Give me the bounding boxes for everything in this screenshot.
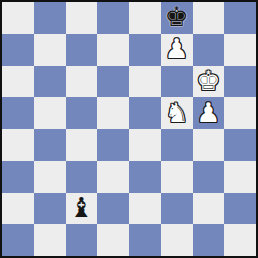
chess-board-frame: ♚♟♚♞♟♝	[0, 0, 258, 258]
black-king-icon: ♚	[165, 3, 189, 30]
square-e2[interactable]	[129, 193, 161, 225]
square-c3[interactable]	[66, 161, 98, 193]
square-h1[interactable]	[224, 224, 256, 256]
white-knight-icon: ♞	[165, 99, 189, 126]
square-c7[interactable]	[66, 34, 98, 66]
square-a4[interactable]	[2, 129, 34, 161]
square-c1[interactable]	[66, 224, 98, 256]
square-e8[interactable]	[129, 2, 161, 34]
square-d6[interactable]	[97, 66, 129, 98]
square-a7[interactable]	[2, 34, 34, 66]
square-c4[interactable]	[66, 129, 98, 161]
square-g2[interactable]	[193, 193, 225, 225]
square-h7[interactable]	[224, 34, 256, 66]
square-g5[interactable]: ♟	[193, 97, 225, 129]
square-f1[interactable]	[161, 224, 193, 256]
square-e3[interactable]	[129, 161, 161, 193]
square-a1[interactable]	[2, 224, 34, 256]
square-b5[interactable]	[34, 97, 66, 129]
square-b2[interactable]	[34, 193, 66, 225]
square-f3[interactable]	[161, 161, 193, 193]
square-d7[interactable]	[97, 34, 129, 66]
chess-board: ♚♟♚♞♟♝	[2, 2, 256, 256]
square-g6[interactable]: ♚	[193, 66, 225, 98]
square-f6[interactable]	[161, 66, 193, 98]
square-b1[interactable]	[34, 224, 66, 256]
square-h4[interactable]	[224, 129, 256, 161]
square-a5[interactable]	[2, 97, 34, 129]
square-a3[interactable]	[2, 161, 34, 193]
white-pawn-icon: ♟	[196, 99, 220, 126]
square-h6[interactable]	[224, 66, 256, 98]
white-king-icon: ♚	[196, 67, 220, 94]
square-h5[interactable]	[224, 97, 256, 129]
square-d1[interactable]	[97, 224, 129, 256]
square-d2[interactable]	[97, 193, 129, 225]
square-f4[interactable]	[161, 129, 193, 161]
square-h8[interactable]	[224, 2, 256, 34]
square-e4[interactable]	[129, 129, 161, 161]
square-c8[interactable]	[66, 2, 98, 34]
square-g4[interactable]	[193, 129, 225, 161]
square-h2[interactable]	[224, 193, 256, 225]
square-e6[interactable]	[129, 66, 161, 98]
square-f7[interactable]: ♟	[161, 34, 193, 66]
square-e1[interactable]	[129, 224, 161, 256]
square-c5[interactable]	[66, 97, 98, 129]
square-d5[interactable]	[97, 97, 129, 129]
square-g8[interactable]	[193, 2, 225, 34]
square-d8[interactable]	[97, 2, 129, 34]
square-d4[interactable]	[97, 129, 129, 161]
square-g7[interactable]	[193, 34, 225, 66]
square-e7[interactable]	[129, 34, 161, 66]
square-b6[interactable]	[34, 66, 66, 98]
square-f2[interactable]	[161, 193, 193, 225]
black-bishop-icon: ♝	[69, 194, 93, 221]
square-h3[interactable]	[224, 161, 256, 193]
square-d3[interactable]	[97, 161, 129, 193]
square-g3[interactable]	[193, 161, 225, 193]
square-b7[interactable]	[34, 34, 66, 66]
square-a8[interactable]	[2, 2, 34, 34]
white-pawn-icon: ♟	[165, 35, 189, 62]
square-b8[interactable]	[34, 2, 66, 34]
square-c2[interactable]: ♝	[66, 193, 98, 225]
square-a6[interactable]	[2, 66, 34, 98]
square-a2[interactable]	[2, 193, 34, 225]
square-f8[interactable]: ♚	[161, 2, 193, 34]
square-g1[interactable]	[193, 224, 225, 256]
square-c6[interactable]	[66, 66, 98, 98]
square-b4[interactable]	[34, 129, 66, 161]
square-e5[interactable]	[129, 97, 161, 129]
square-f5[interactable]: ♞	[161, 97, 193, 129]
square-b3[interactable]	[34, 161, 66, 193]
